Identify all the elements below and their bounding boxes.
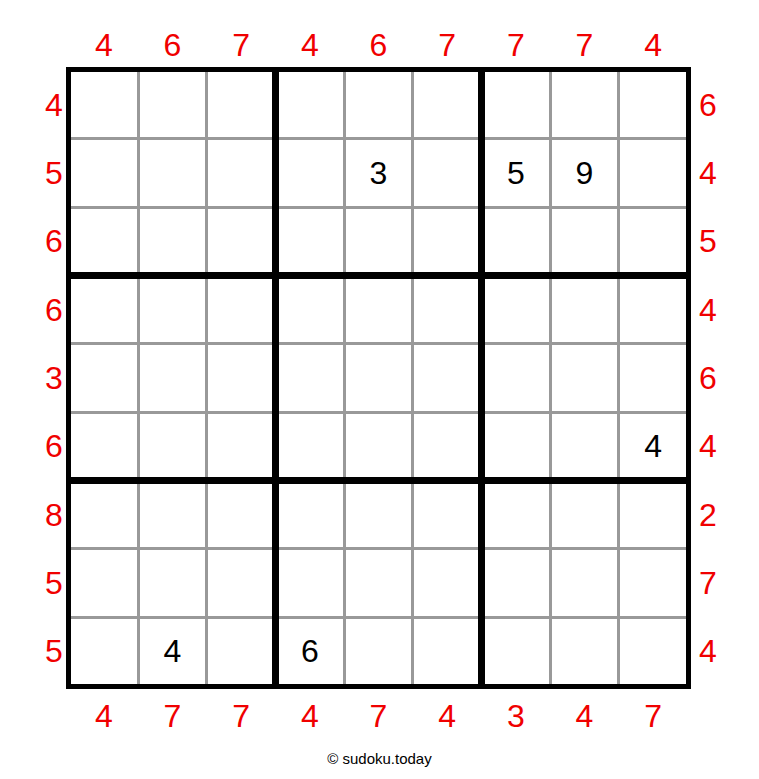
- cell-r6c1[interactable]: [71, 414, 137, 479]
- bottom-clues: 477474347: [71, 697, 686, 735]
- cell-r7c2[interactable]: [140, 482, 206, 547]
- cell-r3c2[interactable]: [140, 209, 206, 274]
- clue-top-6: 7: [414, 26, 480, 64]
- cell-r2c5[interactable]: 3: [346, 140, 412, 205]
- cell-r2c3[interactable]: [208, 140, 274, 205]
- cell-r2c2[interactable]: [140, 140, 206, 205]
- cell-r6c7[interactable]: [483, 414, 549, 479]
- cell-r3c4[interactable]: [277, 209, 343, 274]
- given-digit: 6: [301, 635, 319, 667]
- cell-r7c9[interactable]: [620, 482, 686, 547]
- clue-right-6: 4: [694, 414, 722, 479]
- box-border-vertical-2: [478, 72, 485, 684]
- clue-left-2: 5: [40, 140, 68, 205]
- clue-top-8: 7: [552, 26, 618, 64]
- puzzle-page: 467467774 456636855 359446 645464274 477…: [0, 0, 759, 779]
- cell-r7c3[interactable]: [208, 482, 274, 547]
- cell-r7c7[interactable]: [483, 482, 549, 547]
- cell-r5c4[interactable]: [277, 345, 343, 410]
- clue-top-1: 4: [71, 26, 137, 64]
- clue-right-2: 4: [694, 140, 722, 205]
- cell-r1c5[interactable]: [346, 72, 412, 137]
- cell-r1c6[interactable]: [414, 72, 480, 137]
- cell-r5c5[interactable]: [346, 345, 412, 410]
- cell-r1c9[interactable]: [620, 72, 686, 137]
- cell-r6c9[interactable]: 4: [620, 414, 686, 479]
- copyright: © sudoku.today: [0, 750, 759, 767]
- cell-r5c6[interactable]: [414, 345, 480, 410]
- cell-r4c7[interactable]: [483, 277, 549, 342]
- clue-right-5: 6: [694, 345, 722, 410]
- cell-r3c7[interactable]: [483, 209, 549, 274]
- given-digit: 4: [644, 430, 662, 462]
- cell-r5c1[interactable]: [71, 345, 137, 410]
- clue-left-7: 8: [40, 482, 68, 547]
- cell-r9c6[interactable]: [414, 619, 480, 684]
- cell-r3c1[interactable]: [71, 209, 137, 274]
- cell-r6c8[interactable]: [552, 414, 618, 479]
- cell-r1c2[interactable]: [140, 72, 206, 137]
- clue-bottom-6: 4: [414, 697, 480, 735]
- cell-r9c7[interactable]: [483, 619, 549, 684]
- cell-r5c3[interactable]: [208, 345, 274, 410]
- cell-r6c2[interactable]: [140, 414, 206, 479]
- box-border-vertical-1: [272, 72, 279, 684]
- cell-r4c8[interactable]: [552, 277, 618, 342]
- cell-r1c7[interactable]: [483, 72, 549, 137]
- cell-r8c7[interactable]: [483, 550, 549, 615]
- cell-r5c2[interactable]: [140, 345, 206, 410]
- cell-r7c8[interactable]: [552, 482, 618, 547]
- cell-r7c6[interactable]: [414, 482, 480, 547]
- cell-r9c9[interactable]: [620, 619, 686, 684]
- given-digit: 4: [164, 635, 182, 667]
- clue-left-1: 4: [40, 72, 68, 137]
- cell-r8c1[interactable]: [71, 550, 137, 615]
- clue-right-9: 4: [694, 619, 722, 684]
- box-border-horizontal-2: [71, 477, 686, 484]
- cell-r4c3[interactable]: [208, 277, 274, 342]
- cell-r7c4[interactable]: [277, 482, 343, 547]
- cell-r3c5[interactable]: [346, 209, 412, 274]
- cell-r2c8[interactable]: 9: [552, 140, 618, 205]
- clue-left-3: 6: [40, 209, 68, 274]
- clue-left-4: 6: [40, 277, 68, 342]
- cell-r8c2[interactable]: [140, 550, 206, 615]
- given-digit: 9: [576, 157, 594, 189]
- cell-r3c8[interactable]: [552, 209, 618, 274]
- top-clues: 467467774: [71, 26, 686, 64]
- sudoku-board: 359446: [66, 67, 691, 689]
- cell-r6c6[interactable]: [414, 414, 480, 479]
- clue-bottom-9: 7: [620, 697, 686, 735]
- cell-r7c1[interactable]: [71, 482, 137, 547]
- cell-r1c1[interactable]: [71, 72, 137, 137]
- cell-r2c9[interactable]: [620, 140, 686, 205]
- cell-r1c4[interactable]: [277, 72, 343, 137]
- cell-r4c5[interactable]: [346, 277, 412, 342]
- cell-r4c9[interactable]: [620, 277, 686, 342]
- cell-r5c8[interactable]: [552, 345, 618, 410]
- cell-r8c4[interactable]: [277, 550, 343, 615]
- cell-r8c5[interactable]: [346, 550, 412, 615]
- cell-r8c3[interactable]: [208, 550, 274, 615]
- given-digit: 3: [370, 157, 388, 189]
- clue-left-5: 3: [40, 345, 68, 410]
- cell-r6c5[interactable]: [346, 414, 412, 479]
- cell-r3c6[interactable]: [414, 209, 480, 274]
- clue-bottom-2: 7: [140, 697, 206, 735]
- cell-r8c9[interactable]: [620, 550, 686, 615]
- cell-r8c8[interactable]: [552, 550, 618, 615]
- cell-r9c4[interactable]: 6: [277, 619, 343, 684]
- cell-r4c1[interactable]: [71, 277, 137, 342]
- right-clues: 645464274: [694, 72, 722, 684]
- clue-bottom-1: 4: [71, 697, 137, 735]
- clue-right-7: 2: [694, 482, 722, 547]
- cell-r8c6[interactable]: [414, 550, 480, 615]
- clue-bottom-5: 7: [346, 697, 412, 735]
- clue-bottom-3: 7: [208, 697, 274, 735]
- cell-r6c4[interactable]: [277, 414, 343, 479]
- cell-r2c1[interactable]: [71, 140, 137, 205]
- clue-left-9: 5: [40, 619, 68, 684]
- box-border-horizontal-1: [71, 272, 686, 279]
- clue-right-3: 5: [694, 209, 722, 274]
- cell-r6c3[interactable]: [208, 414, 274, 479]
- cell-r9c5[interactable]: [346, 619, 412, 684]
- cell-r5c9[interactable]: [620, 345, 686, 410]
- clue-right-8: 7: [694, 550, 722, 615]
- cell-r5c7[interactable]: [483, 345, 549, 410]
- cell-r2c7[interactable]: 5: [483, 140, 549, 205]
- copyright-text: © sudoku.today: [327, 750, 431, 767]
- clue-left-8: 5: [40, 550, 68, 615]
- clue-bottom-8: 4: [552, 697, 618, 735]
- cell-r1c3[interactable]: [208, 72, 274, 137]
- cell-r9c3[interactable]: [208, 619, 274, 684]
- clue-top-9: 4: [620, 26, 686, 64]
- cell-r3c9[interactable]: [620, 209, 686, 274]
- clue-top-3: 7: [208, 26, 274, 64]
- cell-r7c5[interactable]: [346, 482, 412, 547]
- cell-r9c8[interactable]: [552, 619, 618, 684]
- clue-top-2: 6: [140, 26, 206, 64]
- clue-right-1: 6: [694, 72, 722, 137]
- clue-bottom-4: 4: [277, 697, 343, 735]
- cell-r2c6[interactable]: [414, 140, 480, 205]
- clue-top-5: 6: [346, 26, 412, 64]
- clue-left-6: 6: [40, 414, 68, 479]
- cell-r4c6[interactable]: [414, 277, 480, 342]
- left-clues: 456636855: [40, 72, 68, 684]
- cell-r4c4[interactable]: [277, 277, 343, 342]
- clue-top-7: 7: [483, 26, 549, 64]
- given-digit: 5: [507, 157, 525, 189]
- cell-r3c3[interactable]: [208, 209, 274, 274]
- cell-r9c2[interactable]: 4: [140, 619, 206, 684]
- cell-r4c2[interactable]: [140, 277, 206, 342]
- clue-right-4: 4: [694, 277, 722, 342]
- cell-r9c1[interactable]: [71, 619, 137, 684]
- clue-bottom-7: 3: [483, 697, 549, 735]
- cell-r2c4[interactable]: [277, 140, 343, 205]
- cell-r1c8[interactable]: [552, 72, 618, 137]
- clue-top-4: 4: [277, 26, 343, 64]
